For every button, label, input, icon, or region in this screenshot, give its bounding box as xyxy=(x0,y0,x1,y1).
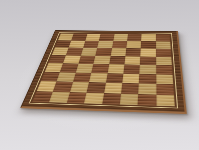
square-h2 xyxy=(156,84,174,95)
square-d1 xyxy=(84,92,104,104)
square-e5 xyxy=(109,56,125,65)
square-h1 xyxy=(156,94,175,106)
square-d2 xyxy=(87,82,106,93)
board-frame xyxy=(20,30,187,114)
square-g1 xyxy=(138,94,156,106)
square-h4 xyxy=(156,65,173,74)
square-e4 xyxy=(107,64,124,73)
square-g6 xyxy=(140,48,155,56)
square-f3 xyxy=(122,73,139,83)
square-f4 xyxy=(123,64,140,73)
square-f1 xyxy=(120,93,139,105)
square-e6 xyxy=(110,48,126,56)
chess-board xyxy=(20,30,187,114)
square-d3 xyxy=(89,73,107,83)
frame-inlay-line xyxy=(29,32,178,108)
square-h5 xyxy=(156,57,172,66)
square-h6 xyxy=(156,49,172,57)
square-d6 xyxy=(95,48,111,56)
square-e2 xyxy=(104,83,122,94)
square-e1 xyxy=(102,93,121,105)
square-e3 xyxy=(106,73,124,83)
square-g2 xyxy=(138,83,156,94)
square-g5 xyxy=(140,56,156,65)
square-d4 xyxy=(91,64,108,73)
board-squares-grid xyxy=(32,33,175,106)
square-f6 xyxy=(125,48,141,56)
square-h3 xyxy=(156,74,173,84)
square-g4 xyxy=(140,65,156,74)
square-f5 xyxy=(124,56,140,65)
photo-background xyxy=(0,0,199,150)
square-d5 xyxy=(93,56,110,65)
square-f2 xyxy=(121,83,139,94)
square-g3 xyxy=(139,74,156,84)
